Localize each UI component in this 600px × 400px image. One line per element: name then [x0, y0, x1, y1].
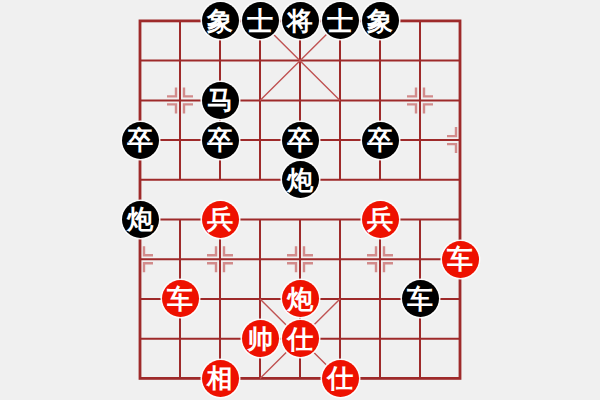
piece-black-cannon[interactable]: 炮 [122, 201, 159, 238]
piece-red-advisor[interactable]: 仕 [282, 320, 319, 357]
piece-red-general[interactable]: 帅 [242, 320, 279, 357]
piece-black-pawn[interactable]: 卒 [362, 122, 399, 159]
piece-red-chariot[interactable]: 车 [442, 241, 479, 278]
xiangqi-screen: 象士将士象马卒卒卒卒炮炮车兵兵车车炮帅仕相仕 [0, 0, 600, 400]
board-grid[interactable]: 象士将士象马卒卒卒卒炮炮车兵兵车车炮帅仕相仕 [120, 1, 480, 399]
piece-black-horse[interactable]: 马 [202, 82, 239, 119]
piece-black-elephant[interactable]: 象 [362, 2, 399, 39]
piece-red-pawn[interactable]: 兵 [202, 201, 239, 238]
piece-red-elephant[interactable]: 相 [202, 360, 239, 397]
piece-black-general[interactable]: 将 [282, 2, 319, 39]
piece-red-pawn[interactable]: 兵 [362, 201, 399, 238]
piece-red-advisor[interactable]: 仕 [322, 360, 359, 397]
piece-black-elephant[interactable]: 象 [202, 2, 239, 39]
piece-black-pawn[interactable]: 卒 [282, 122, 319, 159]
piece-black-cannon[interactable]: 炮 [282, 161, 319, 198]
piece-black-advisor[interactable]: 士 [322, 2, 359, 39]
piece-red-cannon[interactable]: 炮 [282, 280, 319, 317]
piece-black-pawn[interactable]: 卒 [122, 122, 159, 159]
piece-black-pawn[interactable]: 卒 [202, 122, 239, 159]
piece-black-chariot[interactable]: 车 [402, 280, 439, 317]
piece-black-advisor[interactable]: 士 [242, 2, 279, 39]
piece-red-chariot[interactable]: 车 [162, 280, 199, 317]
